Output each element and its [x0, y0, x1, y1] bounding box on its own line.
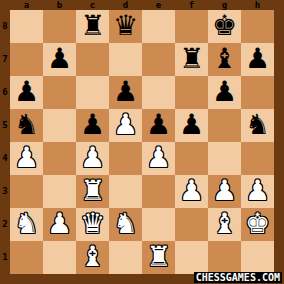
- square-a6[interactable]: ♟: [10, 76, 43, 109]
- black-pawn[interactable]: ♟: [241, 43, 274, 76]
- square-d2[interactable]: ♞: [109, 208, 142, 241]
- square-c7[interactable]: [76, 43, 109, 76]
- square-e1[interactable]: ♜: [142, 241, 175, 274]
- rank-label-2: 2: [0, 208, 10, 241]
- square-a2[interactable]: ♞: [10, 208, 43, 241]
- square-h2[interactable]: ♚: [241, 208, 274, 241]
- white-bishop[interactable]: ♝: [76, 241, 109, 274]
- white-knight[interactable]: ♞: [10, 208, 43, 241]
- square-e3[interactable]: [142, 175, 175, 208]
- square-g6[interactable]: ♟: [208, 76, 241, 109]
- black-rook[interactable]: ♜: [175, 43, 208, 76]
- rank-label-3: 3: [0, 175, 10, 208]
- white-rook[interactable]: ♜: [76, 175, 109, 208]
- white-king[interactable]: ♚: [241, 208, 274, 241]
- square-b5[interactable]: [43, 109, 76, 142]
- square-a5[interactable]: ♞: [10, 109, 43, 142]
- square-g2[interactable]: ♝: [208, 208, 241, 241]
- square-h3[interactable]: ♟: [241, 175, 274, 208]
- chess-board-diagram: abcdefgh 87654321 ♜♛♚♟♜♝♟♟♟♟♞♟♟♟♟♞♟♟♟♜♟♟…: [0, 0, 284, 284]
- chessgames-watermark: CHESSGAMES.COM: [194, 272, 282, 283]
- black-pawn[interactable]: ♟: [142, 109, 175, 142]
- square-g8[interactable]: ♚: [208, 10, 241, 43]
- square-g7[interactable]: ♝: [208, 43, 241, 76]
- white-pawn[interactable]: ♟: [43, 208, 76, 241]
- black-pawn[interactable]: ♟: [109, 76, 142, 109]
- black-pawn[interactable]: ♟: [175, 109, 208, 142]
- square-h5[interactable]: ♞: [241, 109, 274, 142]
- rank-label-1: 1: [0, 241, 10, 274]
- rank-label-7: 7: [0, 43, 10, 76]
- square-g3[interactable]: ♟: [208, 175, 241, 208]
- square-c5[interactable]: ♟: [76, 109, 109, 142]
- white-pawn[interactable]: ♟: [76, 142, 109, 175]
- square-d1[interactable]: [109, 241, 142, 274]
- square-f4[interactable]: [175, 142, 208, 175]
- square-e5[interactable]: ♟: [142, 109, 175, 142]
- square-e8[interactable]: [142, 10, 175, 43]
- white-pawn[interactable]: ♟: [109, 109, 142, 142]
- square-b4[interactable]: [43, 142, 76, 175]
- square-a4[interactable]: ♟: [10, 142, 43, 175]
- rank-label-6: 6: [0, 76, 10, 109]
- white-knight[interactable]: ♞: [109, 208, 142, 241]
- square-f2[interactable]: [175, 208, 208, 241]
- file-label-b: b: [43, 0, 76, 10]
- square-h1[interactable]: [241, 241, 274, 274]
- black-pawn[interactable]: ♟: [43, 43, 76, 76]
- square-g1[interactable]: [208, 241, 241, 274]
- square-f7[interactable]: ♜: [175, 43, 208, 76]
- square-e2[interactable]: [142, 208, 175, 241]
- square-a7[interactable]: [10, 43, 43, 76]
- file-label-h: h: [241, 0, 274, 10]
- black-pawn[interactable]: ♟: [208, 76, 241, 109]
- square-f5[interactable]: ♟: [175, 109, 208, 142]
- square-a1[interactable]: [10, 241, 43, 274]
- square-h8[interactable]: [241, 10, 274, 43]
- rank-label-8: 8: [0, 10, 10, 43]
- square-c8[interactable]: ♜: [76, 10, 109, 43]
- white-rook[interactable]: ♜: [142, 241, 175, 274]
- square-c4[interactable]: ♟: [76, 142, 109, 175]
- square-a3[interactable]: [10, 175, 43, 208]
- square-b3[interactable]: [43, 175, 76, 208]
- white-queen[interactable]: ♛: [76, 208, 109, 241]
- file-label-e: e: [142, 0, 175, 10]
- white-pawn[interactable]: ♟: [208, 175, 241, 208]
- file-label-f: f: [175, 0, 208, 10]
- black-bishop[interactable]: ♝: [208, 43, 241, 76]
- white-pawn[interactable]: ♟: [241, 175, 274, 208]
- square-g4[interactable]: [208, 142, 241, 175]
- square-d5[interactable]: ♟: [109, 109, 142, 142]
- square-f6[interactable]: [175, 76, 208, 109]
- square-d8[interactable]: ♛: [109, 10, 142, 43]
- square-c6[interactable]: [76, 76, 109, 109]
- black-pawn[interactable]: ♟: [76, 109, 109, 142]
- square-f3[interactable]: ♟: [175, 175, 208, 208]
- square-c3[interactable]: ♜: [76, 175, 109, 208]
- square-g5[interactable]: [208, 109, 241, 142]
- square-d6[interactable]: ♟: [109, 76, 142, 109]
- square-h6[interactable]: [241, 76, 274, 109]
- file-label-a: a: [10, 0, 43, 10]
- black-pawn[interactable]: ♟: [10, 76, 43, 109]
- white-pawn[interactable]: ♟: [142, 142, 175, 175]
- square-d7[interactable]: [109, 43, 142, 76]
- square-b1[interactable]: [43, 241, 76, 274]
- white-bishop[interactable]: ♝: [208, 208, 241, 241]
- square-b7[interactable]: ♟: [43, 43, 76, 76]
- black-knight[interactable]: ♞: [241, 109, 274, 142]
- black-queen[interactable]: ♛: [109, 10, 142, 43]
- rank-label-4: 4: [0, 142, 10, 175]
- square-c1[interactable]: ♝: [76, 241, 109, 274]
- black-king[interactable]: ♚: [208, 10, 241, 43]
- square-d3[interactable]: [109, 175, 142, 208]
- square-b6[interactable]: [43, 76, 76, 109]
- black-knight[interactable]: ♞: [10, 109, 43, 142]
- square-e6[interactable]: [142, 76, 175, 109]
- square-b2[interactable]: ♟: [43, 208, 76, 241]
- square-h7[interactable]: ♟: [241, 43, 274, 76]
- square-e7[interactable]: [142, 43, 175, 76]
- white-pawn[interactable]: ♟: [175, 175, 208, 208]
- chess-board: ♜♛♚♟♜♝♟♟♟♟♞♟♟♟♟♞♟♟♟♜♟♟♟♞♟♛♞♝♚♝♜: [10, 10, 274, 274]
- square-f1[interactable]: [175, 241, 208, 274]
- square-f8[interactable]: [175, 10, 208, 43]
- square-e4[interactable]: ♟: [142, 142, 175, 175]
- white-pawn[interactable]: ♟: [10, 142, 43, 175]
- square-a8[interactable]: [10, 10, 43, 43]
- square-h4[interactable]: [241, 142, 274, 175]
- square-d4[interactable]: [109, 142, 142, 175]
- square-b8[interactable]: [43, 10, 76, 43]
- rank-label-5: 5: [0, 109, 10, 142]
- square-c2[interactable]: ♛: [76, 208, 109, 241]
- black-rook[interactable]: ♜: [76, 10, 109, 43]
